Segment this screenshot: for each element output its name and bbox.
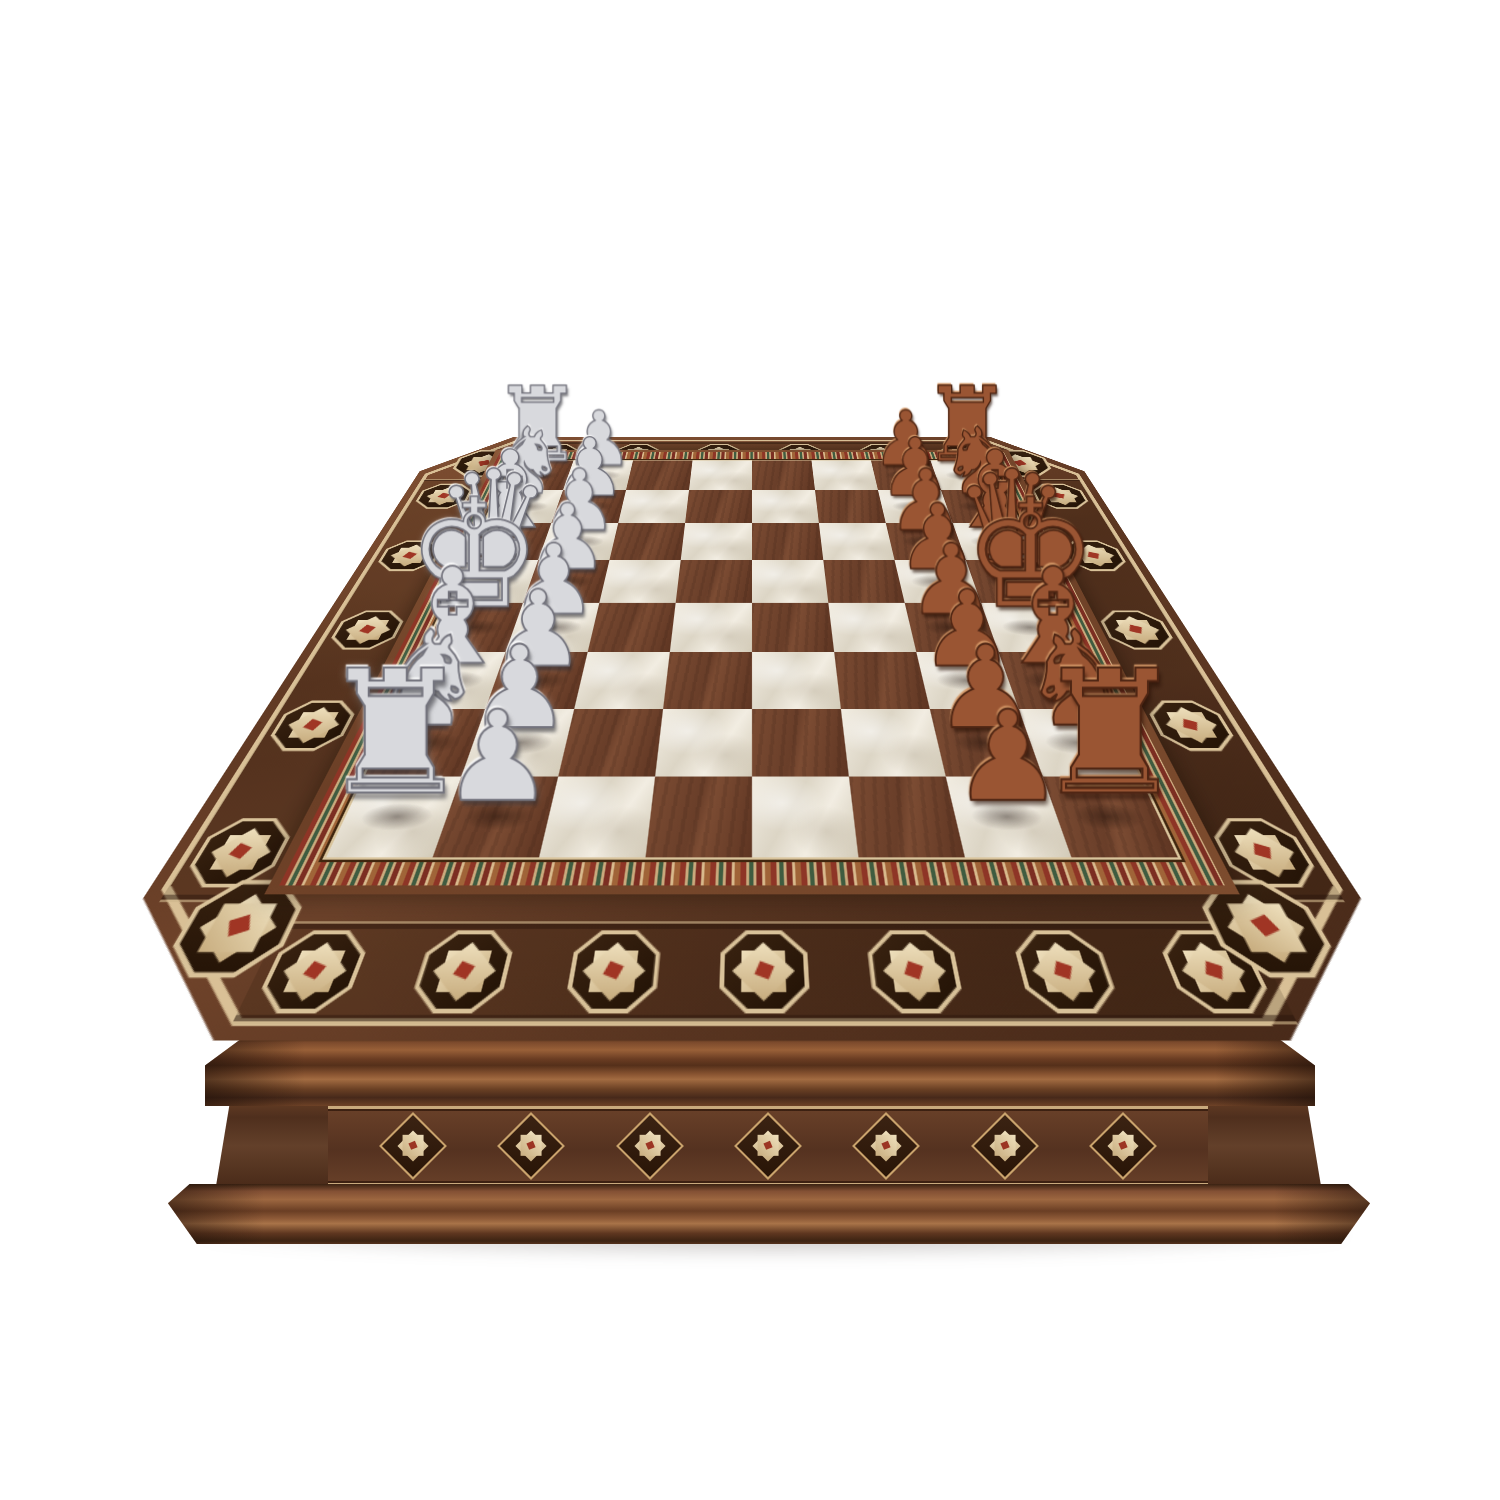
product-photo-stage: ♜♞♝♛♚♝♞♜♟♟♟♟♟♟♟♟♟♟♟♟♟♟♟♟♜♞♝♛♚♝♞♜ — [0, 0, 1500, 1500]
box-front-face — [216, 1106, 1321, 1186]
square-d6[interactable] — [823, 560, 904, 603]
box-upper-molding — [205, 1036, 1315, 1106]
square-g5[interactable] — [752, 709, 849, 776]
box-top-3d-plane: ♜♞♝♛♚♝♞♜♟♟♟♟♟♟♟♟♟♟♟♟♟♟♟♟♜♞♝♛♚♝♞♜ — [51, 437, 1453, 1041]
diamond-star-motif — [500, 1115, 562, 1177]
square-c4[interactable] — [681, 523, 752, 560]
diamond-star-motif — [382, 1115, 444, 1177]
white-pawn-glyph: ♟ — [441, 694, 553, 819]
square-c5[interactable] — [752, 523, 823, 560]
square-c6[interactable] — [819, 523, 895, 560]
square-e3[interactable] — [588, 603, 676, 652]
square-a4[interactable] — [689, 460, 752, 489]
square-g3[interactable] — [558, 709, 663, 776]
box-base-molding — [168, 1184, 1370, 1244]
square-d4[interactable] — [676, 560, 752, 603]
square-h6[interactable] — [849, 777, 965, 858]
square-g6[interactable] — [841, 709, 946, 776]
square-a6[interactable] — [811, 460, 877, 489]
square-b3[interactable] — [618, 490, 689, 523]
square-b5[interactable] — [752, 490, 819, 523]
square-e5[interactable] — [752, 603, 834, 652]
square-h3[interactable] — [539, 777, 655, 858]
square-f3[interactable] — [574, 652, 670, 709]
square-a3[interactable] — [626, 460, 692, 489]
square-f6[interactable] — [834, 652, 930, 709]
square-a5[interactable] — [752, 460, 815, 489]
square-f4[interactable] — [663, 652, 752, 709]
diamond-star-motif — [973, 1115, 1035, 1177]
square-h5[interactable] — [752, 777, 858, 858]
square-b4[interactable] — [685, 490, 752, 523]
square-g4[interactable] — [655, 709, 752, 776]
square-e6[interactable] — [828, 603, 916, 652]
diamond-star-motif — [619, 1115, 681, 1177]
front-mosaic-diamond-band — [328, 1106, 1208, 1186]
square-h4[interactable] — [646, 777, 752, 858]
diamond-star-motif — [1092, 1115, 1154, 1177]
diamond-star-motif — [855, 1115, 917, 1177]
square-d3[interactable] — [599, 560, 680, 603]
square-e4[interactable] — [670, 603, 752, 652]
square-c3[interactable] — [609, 523, 685, 560]
square-b6[interactable] — [815, 490, 886, 523]
square-f5[interactable] — [752, 652, 841, 709]
diamond-star-motif — [737, 1115, 799, 1177]
square-d5[interactable] — [752, 560, 828, 603]
black-rook-glyph: ♜ — [1032, 648, 1186, 819]
